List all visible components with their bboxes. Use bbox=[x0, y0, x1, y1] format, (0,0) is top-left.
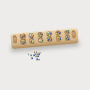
pit-bead bbox=[23, 35, 25, 37]
pit-cell bbox=[54, 36, 63, 42]
pit-bead bbox=[21, 36, 23, 38]
pit-bottom-1[interactable] bbox=[20, 39, 26, 45]
pit-cell bbox=[45, 36, 54, 42]
pit-bottom-4[interactable] bbox=[47, 37, 53, 43]
loose-bead bbox=[37, 55, 39, 57]
pit-bead bbox=[67, 31, 69, 33]
pit-bead bbox=[50, 38, 52, 40]
pit-bottom-5[interactable] bbox=[56, 36, 62, 42]
pit-bottom-2[interactable] bbox=[29, 38, 35, 44]
loose-bead bbox=[31, 57, 33, 59]
pit-bead bbox=[59, 38, 61, 40]
pit-bottom-6[interactable] bbox=[64, 35, 70, 41]
pit-bottom-3[interactable] bbox=[38, 37, 44, 43]
loose-bead bbox=[30, 54, 32, 56]
pit-bead bbox=[56, 33, 58, 35]
pit-bead bbox=[58, 32, 60, 34]
pit-bead bbox=[67, 38, 69, 40]
pit-cell bbox=[63, 35, 72, 41]
photo-background bbox=[0, 0, 90, 90]
loose-bead bbox=[38, 59, 40, 61]
